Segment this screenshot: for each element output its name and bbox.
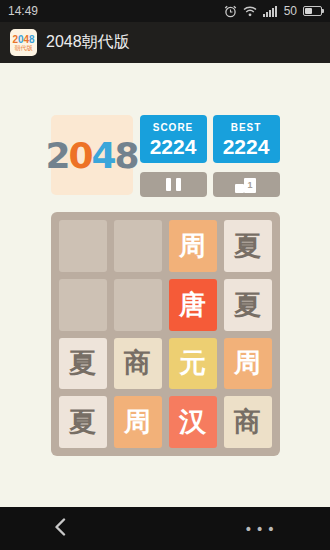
tile-汉: 汉 [169, 396, 217, 448]
tile-商: 商 [224, 396, 272, 448]
best-box: BEST 2224 [213, 115, 280, 163]
game-logo: 2048 [51, 115, 133, 195]
score-label: SCORE [153, 122, 194, 133]
app-bar: 2048 朝代版 2048朝代版 [0, 22, 330, 63]
tile-周: 周 [114, 396, 162, 448]
empty-cell [114, 279, 162, 331]
rank-number: 1 [244, 178, 256, 193]
more-icon: ••• [244, 521, 278, 537]
tile-商: 商 [114, 338, 162, 390]
main-content: 2048 SCORE 2224 BEST 2224 [0, 63, 330, 507]
leaderboard-button[interactable]: 1 [213, 172, 280, 197]
alarm-icon [224, 5, 237, 18]
page-title: 2048朝代版 [46, 32, 130, 53]
battery-icon [303, 6, 322, 16]
tile-元: 元 [169, 338, 217, 390]
back-icon [54, 518, 66, 536]
app-logo-icon: 2048 朝代版 [10, 29, 37, 56]
signal-icon [263, 6, 278, 17]
bottom-nav: ••• [0, 507, 330, 550]
score-box: SCORE 2224 [140, 115, 207, 163]
tile-唐: 唐 [169, 279, 217, 331]
status-bar: 14:49 50 [0, 0, 330, 22]
podium-icon: 1 [235, 177, 257, 193]
app-icon-digits: 2048 [12, 34, 34, 45]
score-value: 2224 [150, 136, 197, 157]
empty-cell [59, 279, 107, 331]
empty-cell [59, 220, 107, 272]
pause-button[interactable] [140, 172, 207, 197]
wifi-icon [243, 6, 257, 17]
tile-周: 周 [169, 220, 217, 272]
board[interactable]: 周夏唐夏夏商元周夏周汉商 [51, 212, 280, 456]
tile-夏: 夏 [224, 279, 272, 331]
more-button[interactable]: ••• [240, 517, 282, 541]
tile-周: 周 [224, 338, 272, 390]
tile-夏: 夏 [59, 338, 107, 390]
tile-夏: 夏 [224, 220, 272, 272]
pause-icon [166, 178, 171, 191]
back-button[interactable] [50, 514, 70, 543]
battery-percent: 50 [284, 4, 297, 18]
tile-夏: 夏 [59, 396, 107, 448]
scoreboard: 2048 SCORE 2224 BEST 2224 [51, 115, 280, 197]
best-value: 2224 [223, 136, 270, 157]
empty-cell [114, 220, 162, 272]
best-label: BEST [231, 122, 262, 133]
clock-time: 14:49 [8, 4, 38, 18]
app-icon-caption: 朝代版 [15, 45, 33, 52]
